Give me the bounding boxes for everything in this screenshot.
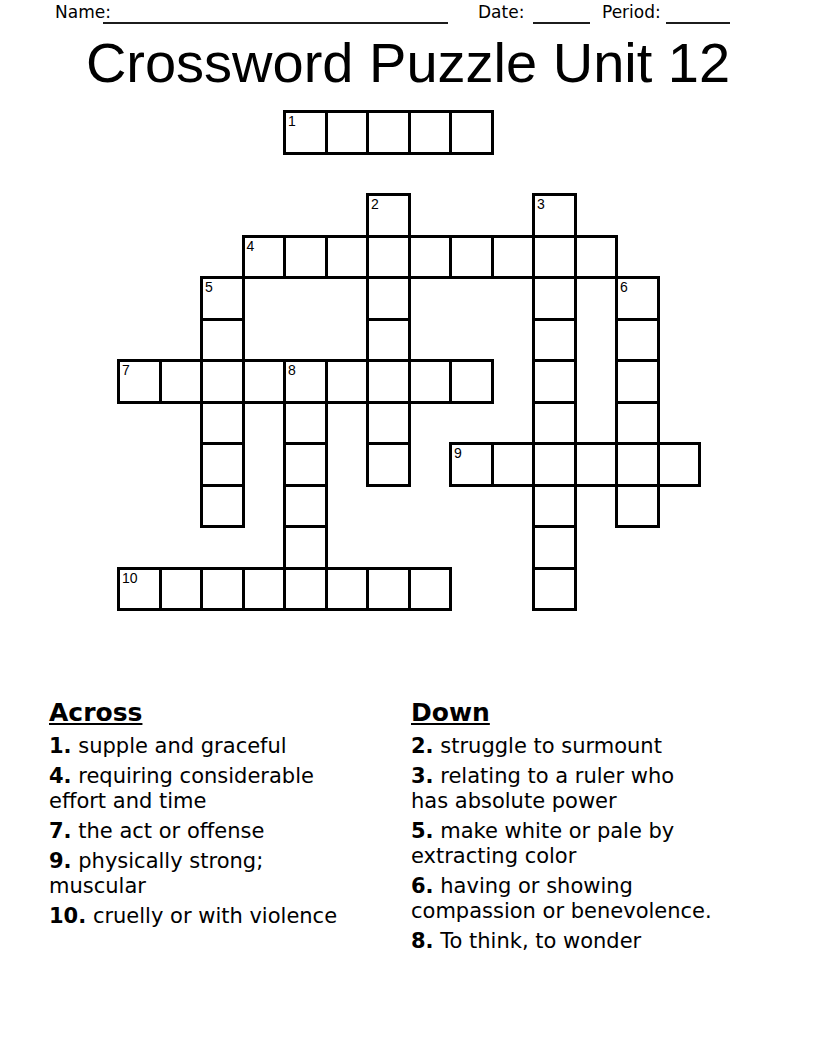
date-blank-line[interactable] [533,2,590,24]
crossword-board: 12345678910 [117,110,701,611]
cell-number: 8 [288,362,296,378]
grid-cell[interactable] [200,567,245,612]
grid-cell[interactable] [532,401,577,446]
across-clues-section: Across 1. supple and graceful4. requirin… [49,698,407,934]
grid-cell[interactable] [491,442,536,487]
grid-cell[interactable] [532,359,577,404]
grid-cell[interactable] [615,484,660,529]
down-clues-section: Down 2. struggle to surmount3. relating … [411,698,777,959]
grid-cell[interactable]: 3 [532,193,577,238]
grid-cell[interactable] [159,359,204,404]
name-blank-line[interactable] [103,2,448,24]
clue-text: struggle to surmount [434,734,662,758]
grid-cell[interactable] [283,567,328,612]
cell-number: 3 [537,196,545,212]
grid-cell[interactable] [283,442,328,487]
grid-cell[interactable] [615,318,660,363]
page-title: Crossword Puzzle Unit 12 [0,32,816,94]
grid-cell[interactable] [615,401,660,446]
cell-number: 9 [454,445,462,461]
clue-text: relating to a ruler who has absolute pow… [411,764,674,813]
grid-cell[interactable]: 6 [615,276,660,321]
grid-cell[interactable] [449,235,494,280]
clue-text: cruelly or with violence [86,904,337,928]
grid-cell[interactable] [408,235,453,280]
grid-cell[interactable] [491,235,536,280]
grid-cell[interactable] [532,567,577,612]
grid-cell[interactable] [283,484,328,529]
grid-cell[interactable] [615,359,660,404]
down-clue-list: 2. struggle to surmount3. relating to a … [411,734,777,954]
clue-number: 2. [411,734,434,758]
grid-cell[interactable]: 4 [242,235,287,280]
date-label: Date: [478,2,524,22]
clue-number: 3. [411,764,434,788]
cell-number: 10 [122,570,138,586]
clue-number: 1. [49,734,72,758]
clue-item: 9. physically strong; muscular [49,849,407,899]
grid-cell[interactable] [366,276,411,321]
grid-cell[interactable] [408,110,453,155]
clue-item: 2. struggle to surmount [411,734,777,759]
clue-text: make white or pale by extracting color [411,819,674,868]
clue-item: 1. supple and graceful [49,734,407,759]
grid-cell[interactable]: 2 [366,193,411,238]
grid-cell[interactable] [615,442,660,487]
cell-number: 4 [247,238,255,254]
grid-cell[interactable] [325,235,370,280]
clue-item: 7. the act or offense [49,819,407,844]
grid-cell[interactable] [366,318,411,363]
cell-number: 6 [620,279,628,295]
clue-item: 8. To think, to wonder [411,929,777,954]
grid-cell[interactable]: 5 [200,276,245,321]
grid-cell[interactable] [283,525,328,570]
cell-number: 7 [122,362,130,378]
clue-text: physically strong; muscular [49,849,263,898]
grid-cell[interactable]: 1 [283,110,328,155]
down-heading: Down [411,698,777,727]
grid-cell[interactable] [366,110,411,155]
grid-cell[interactable] [532,442,577,487]
clue-number: 5. [411,819,434,843]
across-heading: Across [49,698,407,727]
grid-cell[interactable] [408,567,453,612]
clue-text: To think, to wonder [434,929,642,953]
clue-number: 10. [49,904,86,928]
grid-cell[interactable] [242,359,287,404]
clue-number: 8. [411,929,434,953]
grid-cell[interactable] [532,484,577,529]
grid-cell[interactable] [200,359,245,404]
clue-item: 3. relating to a ruler who has absolute … [411,764,777,814]
clue-item: 4. requiring considerable effort and tim… [49,764,407,814]
period-blank-line[interactable] [666,2,730,24]
across-clue-list: 1. supple and graceful4. requiring consi… [49,734,407,929]
clue-item: 6. having or showing compassion or benev… [411,874,777,924]
grid-cell[interactable] [283,235,328,280]
grid-cell[interactable] [325,110,370,155]
grid-cell[interactable] [159,567,204,612]
grid-cell[interactable] [408,359,453,404]
clue-number: 6. [411,874,434,898]
grid-cell[interactable]: 8 [283,359,328,404]
grid-cell[interactable]: 9 [449,442,494,487]
grid-cell[interactable] [242,567,287,612]
clue-text: the act or offense [72,819,265,843]
grid-cell[interactable] [200,401,245,446]
grid-cell[interactable] [366,567,411,612]
grid-cell[interactable] [366,235,411,280]
grid-cell[interactable]: 10 [117,567,162,612]
grid-cell[interactable] [532,525,577,570]
clue-number: 7. [49,819,72,843]
grid-cell[interactable] [200,484,245,529]
grid-cell[interactable]: 7 [117,359,162,404]
grid-cell[interactable] [366,359,411,404]
clue-text: requiring considerable effort and time [49,764,314,813]
grid-cell[interactable] [200,442,245,487]
cell-number: 5 [205,279,213,295]
grid-cell[interactable] [532,276,577,321]
grid-cell[interactable] [449,110,494,155]
clue-number: 4. [49,764,72,788]
grid-cell[interactable] [325,359,370,404]
clue-item: 10. cruelly or with violence [49,904,407,929]
grid-cell[interactable] [532,235,577,280]
grid-cell[interactable] [532,318,577,363]
cell-number: 1 [288,113,296,129]
clue-text: having or showing compassion or benevole… [411,874,712,923]
clue-text: supple and graceful [72,734,287,758]
period-label: Period: [602,2,661,22]
grid-cell[interactable] [574,442,619,487]
grid-cell[interactable] [366,401,411,446]
grid-cell[interactable] [657,442,702,487]
grid-cell[interactable] [574,235,619,280]
grid-cell[interactable] [325,567,370,612]
grid-cell[interactable] [366,442,411,487]
clue-item: 5. make white or pale by extracting colo… [411,819,777,869]
cell-number: 2 [371,196,379,212]
grid-cell[interactable] [283,401,328,446]
grid-cell[interactable] [449,359,494,404]
clue-number: 9. [49,849,72,873]
grid-cell[interactable] [200,318,245,363]
